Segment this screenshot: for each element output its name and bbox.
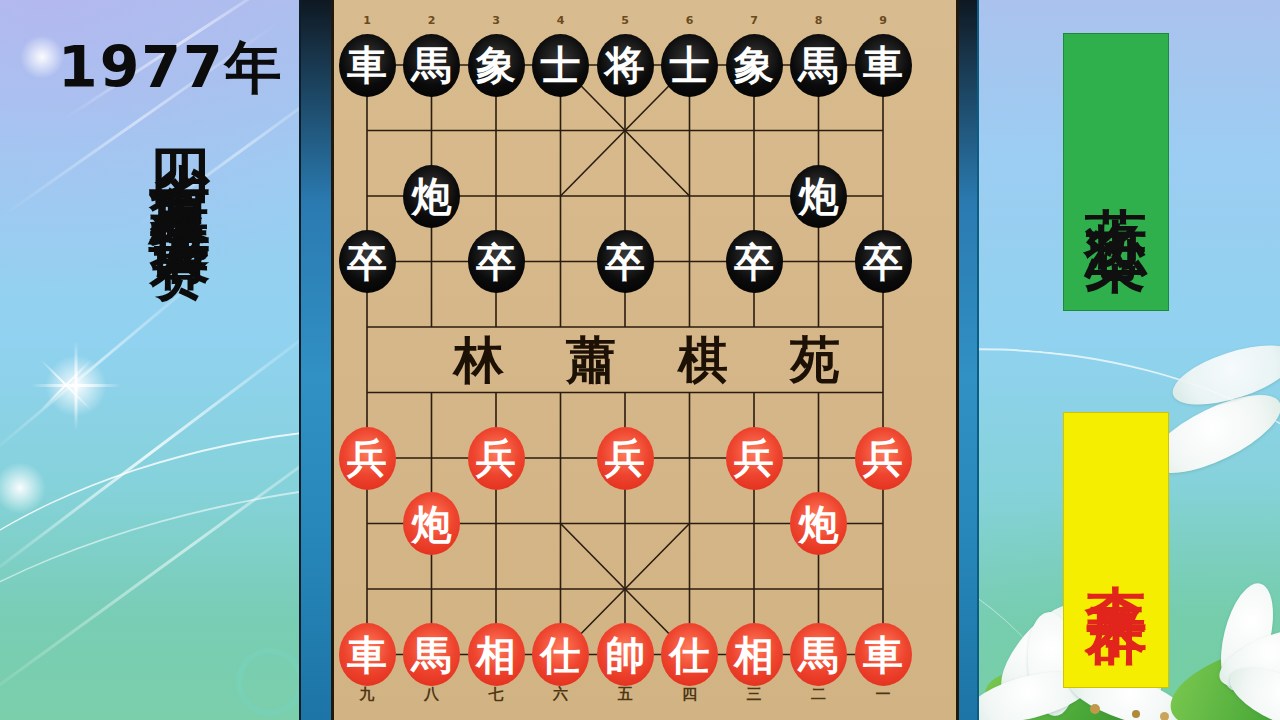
piece-black-士-f4r1[interactable]: 士 <box>532 34 589 97</box>
river-text-char: 蕭 <box>561 331 621 389</box>
file-label-top-2: 2 <box>422 14 442 27</box>
file-label-bottom-3: 七 <box>484 685 508 704</box>
piece-red-炮-f8r8[interactable]: 炮 <box>790 492 847 555</box>
piece-black-馬-f8r1[interactable]: 馬 <box>790 34 847 97</box>
piece-red-兵-f3r7[interactable]: 兵 <box>468 427 525 490</box>
piece-black-馬-f2r1[interactable]: 馬 <box>403 34 460 97</box>
piece-black-卒-f9r4[interactable]: 卒 <box>855 230 912 293</box>
piece-red-兵-f7r7[interactable]: 兵 <box>726 427 783 490</box>
event-year: 1977年 <box>58 30 284 107</box>
piece-black-卒-f5r4[interactable]: 卒 <box>597 230 654 293</box>
file-label-bottom-2: 八 <box>420 685 444 704</box>
river-text-char: 棋 <box>673 331 733 389</box>
piece-black-炮-f2r3[interactable]: 炮 <box>403 165 460 228</box>
piece-black-象-f7r1[interactable]: 象 <box>726 34 783 97</box>
board-grid <box>334 0 956 720</box>
piece-black-象-f3r1[interactable]: 象 <box>468 34 525 97</box>
river-text-char: 苑 <box>785 331 845 389</box>
piece-red-兵-f9r7[interactable]: 兵 <box>855 427 912 490</box>
piece-red-相-f3r10[interactable]: 相 <box>468 623 525 686</box>
piece-black-卒-f3r4[interactable]: 卒 <box>468 230 525 293</box>
video-frame: 1977年 四省市象棋邀请赛 123456789九八七六五四三二一林蕭棋苑車馬象… <box>0 0 1280 720</box>
file-label-bottom-7: 三 <box>742 685 766 704</box>
piece-red-帥-f5r10[interactable]: 帥 <box>597 623 654 686</box>
file-label-bottom-9: 一 <box>871 685 895 704</box>
flower-stamen <box>1090 704 1100 714</box>
bubble <box>236 648 304 716</box>
file-label-bottom-1: 九 <box>355 685 379 704</box>
piece-black-将-f5r1[interactable]: 将 <box>597 34 654 97</box>
file-label-top-5: 5 <box>615 14 635 27</box>
event-title: 四省市象棋邀请赛 <box>150 102 211 198</box>
piece-black-車-f9r1[interactable]: 車 <box>855 34 912 97</box>
piece-red-車-f9r10[interactable]: 車 <box>855 623 912 686</box>
board-frame: 123456789九八七六五四三二一林蕭棋苑車馬象士将士象馬車炮炮卒卒卒卒卒兵兵… <box>299 0 979 720</box>
player-banner-black: 蒋志梁 <box>1063 33 1169 311</box>
piece-black-士-f6r1[interactable]: 士 <box>661 34 718 97</box>
piece-red-相-f7r10[interactable]: 相 <box>726 623 783 686</box>
piece-red-仕-f6r10[interactable]: 仕 <box>661 623 718 686</box>
piece-black-車-f1r1[interactable]: 車 <box>339 34 396 97</box>
piece-red-仕-f4r10[interactable]: 仕 <box>532 623 589 686</box>
file-label-bottom-5: 五 <box>613 685 637 704</box>
file-label-top-1: 1 <box>357 14 377 27</box>
file-label-bottom-8: 二 <box>807 685 831 704</box>
flower-stamen <box>1160 712 1169 720</box>
file-label-top-4: 4 <box>551 14 571 27</box>
file-label-bottom-6: 四 <box>678 685 702 704</box>
piece-red-馬-f8r10[interactable]: 馬 <box>790 623 847 686</box>
piece-red-兵-f5r7[interactable]: 兵 <box>597 427 654 490</box>
player-name-red: 李来群 <box>1085 535 1147 565</box>
piece-red-兵-f1r7[interactable]: 兵 <box>339 427 396 490</box>
piece-red-炮-f2r8[interactable]: 炮 <box>403 492 460 555</box>
piece-black-卒-f1r4[interactable]: 卒 <box>339 230 396 293</box>
piece-black-炮-f8r3[interactable]: 炮 <box>790 165 847 228</box>
xiangqi-board[interactable]: 123456789九八七六五四三二一林蕭棋苑車馬象士将士象馬車炮炮卒卒卒卒卒兵兵… <box>331 0 959 720</box>
file-label-top-8: 8 <box>809 14 829 27</box>
file-label-top-3: 3 <box>486 14 506 27</box>
file-label-top-7: 7 <box>744 14 764 27</box>
sparkle-ray <box>75 341 78 431</box>
river-text-char: 林 <box>449 331 509 389</box>
flower-stamen <box>1132 710 1140 718</box>
file-label-top-9: 9 <box>873 14 893 27</box>
file-label-bottom-4: 六 <box>549 685 573 704</box>
piece-red-馬-f2r10[interactable]: 馬 <box>403 623 460 686</box>
player-banner-red: 李来群 <box>1063 412 1169 688</box>
piece-black-卒-f7r4[interactable]: 卒 <box>726 230 783 293</box>
file-label-top-6: 6 <box>680 14 700 27</box>
player-name-black: 蒋志梁 <box>1085 157 1147 187</box>
piece-red-車-f1r10[interactable]: 車 <box>339 623 396 686</box>
